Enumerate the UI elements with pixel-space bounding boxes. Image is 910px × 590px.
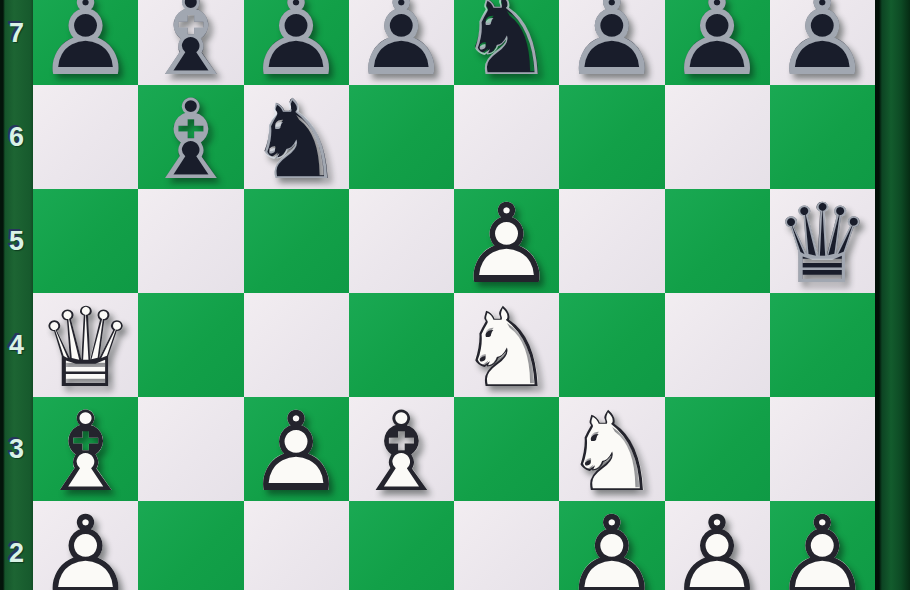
rank-label-7: 7: [0, 18, 33, 49]
square-h7[interactable]: ♟♙: [770, 0, 875, 85]
rank-label-2: 2: [0, 538, 33, 569]
square-h2[interactable]: ♟♙: [770, 501, 875, 590]
white-pawn-icon[interactable]: ♟♙: [454, 192, 559, 296]
black-knight-icon[interactable]: ♞♘: [244, 88, 349, 192]
white-knight-icon[interactable]: ♞♘: [454, 296, 559, 400]
black-bishop-icon[interactable]: ♝♗: [138, 0, 243, 88]
piece-glyph-outline: ♘: [244, 88, 349, 192]
square-b5[interactable]: [138, 189, 243, 293]
square-g7[interactable]: ♟♙: [665, 0, 770, 85]
square-d5[interactable]: [349, 189, 454, 293]
square-d2[interactable]: [349, 501, 454, 590]
square-f6[interactable]: [559, 85, 664, 189]
square-h4[interactable]: [770, 293, 875, 397]
square-a7[interactable]: ♟♙: [33, 0, 138, 85]
square-f4[interactable]: [559, 293, 664, 397]
square-c6[interactable]: ♞♘: [244, 85, 349, 189]
piece-glyph-outline: ♕: [33, 296, 138, 400]
board-right-frame: [875, 0, 910, 590]
square-h5[interactable]: ♛♕: [770, 189, 875, 293]
square-g2[interactable]: ♟♙: [665, 501, 770, 590]
piece-glyph-outline: ♙: [559, 504, 664, 590]
square-b3[interactable]: [138, 397, 243, 501]
black-bishop-icon[interactable]: ♝♗: [138, 88, 243, 192]
piece-glyph-outline: ♘: [454, 296, 559, 400]
white-pawn-icon[interactable]: ♟♙: [244, 400, 349, 504]
square-g5[interactable]: [665, 189, 770, 293]
black-knight-icon[interactable]: ♞♘: [454, 0, 559, 88]
white-pawn-icon[interactable]: ♟♙: [559, 504, 664, 590]
rank-label-5: 5: [0, 226, 33, 257]
piece-glyph-outline: ♙: [244, 400, 349, 504]
rank-coordinate-frame: 765432: [0, 0, 33, 590]
black-pawn-icon[interactable]: ♟♙: [665, 0, 770, 88]
square-d3[interactable]: ♝♗: [349, 397, 454, 501]
square-c2[interactable]: [244, 501, 349, 590]
square-e4[interactable]: ♞♘: [454, 293, 559, 397]
piece-glyph-outline: ♙: [665, 504, 770, 590]
piece-glyph-outline: ♘: [454, 0, 559, 88]
square-f5[interactable]: [559, 189, 664, 293]
square-a5[interactable]: [33, 189, 138, 293]
piece-glyph-outline: ♗: [349, 400, 454, 504]
black-pawn-icon[interactable]: ♟♙: [559, 0, 664, 88]
white-knight-icon[interactable]: ♞♘: [559, 400, 664, 504]
square-a6[interactable]: [33, 85, 138, 189]
piece-glyph-outline: ♘: [559, 400, 664, 504]
piece-glyph-outline: ♙: [559, 0, 664, 88]
square-d7[interactable]: ♟♙: [349, 0, 454, 85]
square-c4[interactable]: [244, 293, 349, 397]
square-f2[interactable]: ♟♙: [559, 501, 664, 590]
black-queen-icon[interactable]: ♛♕: [770, 192, 875, 296]
square-g4[interactable]: [665, 293, 770, 397]
square-e6[interactable]: [454, 85, 559, 189]
square-h6[interactable]: [770, 85, 875, 189]
piece-glyph-outline: ♕: [770, 192, 875, 296]
square-b7[interactable]: ♝♗: [138, 0, 243, 85]
black-pawn-icon[interactable]: ♟♙: [33, 0, 138, 88]
piece-glyph-outline: ♙: [454, 192, 559, 296]
piece-glyph-outline: ♗: [33, 400, 138, 504]
square-f3[interactable]: ♞♘: [559, 397, 664, 501]
square-c7[interactable]: ♟♙: [244, 0, 349, 85]
white-queen-icon[interactable]: ♛♕: [33, 296, 138, 400]
white-pawn-icon[interactable]: ♟♙: [665, 504, 770, 590]
piece-glyph-outline: ♙: [244, 0, 349, 88]
square-a4[interactable]: ♛♕: [33, 293, 138, 397]
square-a3[interactable]: ♝♗: [33, 397, 138, 501]
white-bishop-icon[interactable]: ♝♗: [349, 400, 454, 504]
black-pawn-icon[interactable]: ♟♙: [349, 0, 454, 88]
square-f7[interactable]: ♟♙: [559, 0, 664, 85]
piece-glyph-outline: ♙: [33, 504, 138, 590]
white-pawn-icon[interactable]: ♟♙: [33, 504, 138, 590]
chess-board-screenshot: ♟♙♝♗♟♙♟♙♞♘♟♙♟♙♟♙♝♗♞♘♟♙♛♕♛♕♞♘♝♗♟♙♝♗♞♘♟♙♟♙…: [0, 0, 910, 590]
square-e5[interactable]: ♟♙: [454, 189, 559, 293]
square-g6[interactable]: [665, 85, 770, 189]
piece-glyph-outline: ♙: [770, 504, 875, 590]
square-h3[interactable]: [770, 397, 875, 501]
square-e3[interactable]: [454, 397, 559, 501]
piece-glyph-outline: ♗: [138, 0, 243, 88]
square-e2[interactable]: [454, 501, 559, 590]
piece-glyph-outline: ♙: [665, 0, 770, 88]
rank-label-4: 4: [0, 330, 33, 361]
black-pawn-icon[interactable]: ♟♙: [244, 0, 349, 88]
square-a2[interactable]: ♟♙: [33, 501, 138, 590]
square-d6[interactable]: [349, 85, 454, 189]
rank-label-3: 3: [0, 434, 33, 465]
square-c3[interactable]: ♟♙: [244, 397, 349, 501]
square-c5[interactable]: [244, 189, 349, 293]
white-bishop-icon[interactable]: ♝♗: [33, 400, 138, 504]
white-pawn-icon[interactable]: ♟♙: [770, 504, 875, 590]
square-g3[interactable]: [665, 397, 770, 501]
square-e7[interactable]: ♞♘: [454, 0, 559, 85]
square-d4[interactable]: [349, 293, 454, 397]
rank-label-6: 6: [0, 122, 33, 153]
board: ♟♙♝♗♟♙♟♙♞♘♟♙♟♙♟♙♝♗♞♘♟♙♛♕♛♕♞♘♝♗♟♙♝♗♞♘♟♙♟♙…: [33, 0, 875, 590]
black-pawn-icon[interactable]: ♟♙: [770, 0, 875, 88]
piece-glyph-outline: ♙: [770, 0, 875, 88]
square-b6[interactable]: ♝♗: [138, 85, 243, 189]
piece-glyph-outline: ♗: [138, 88, 243, 192]
board-grid: ♟♙♝♗♟♙♟♙♞♘♟♙♟♙♟♙♝♗♞♘♟♙♛♕♛♕♞♘♝♗♟♙♝♗♞♘♟♙♟♙…: [33, 0, 875, 590]
piece-glyph-outline: ♙: [33, 0, 138, 88]
square-b2[interactable]: [138, 501, 243, 590]
piece-glyph-outline: ♙: [349, 0, 454, 88]
square-b4[interactable]: [138, 293, 243, 397]
